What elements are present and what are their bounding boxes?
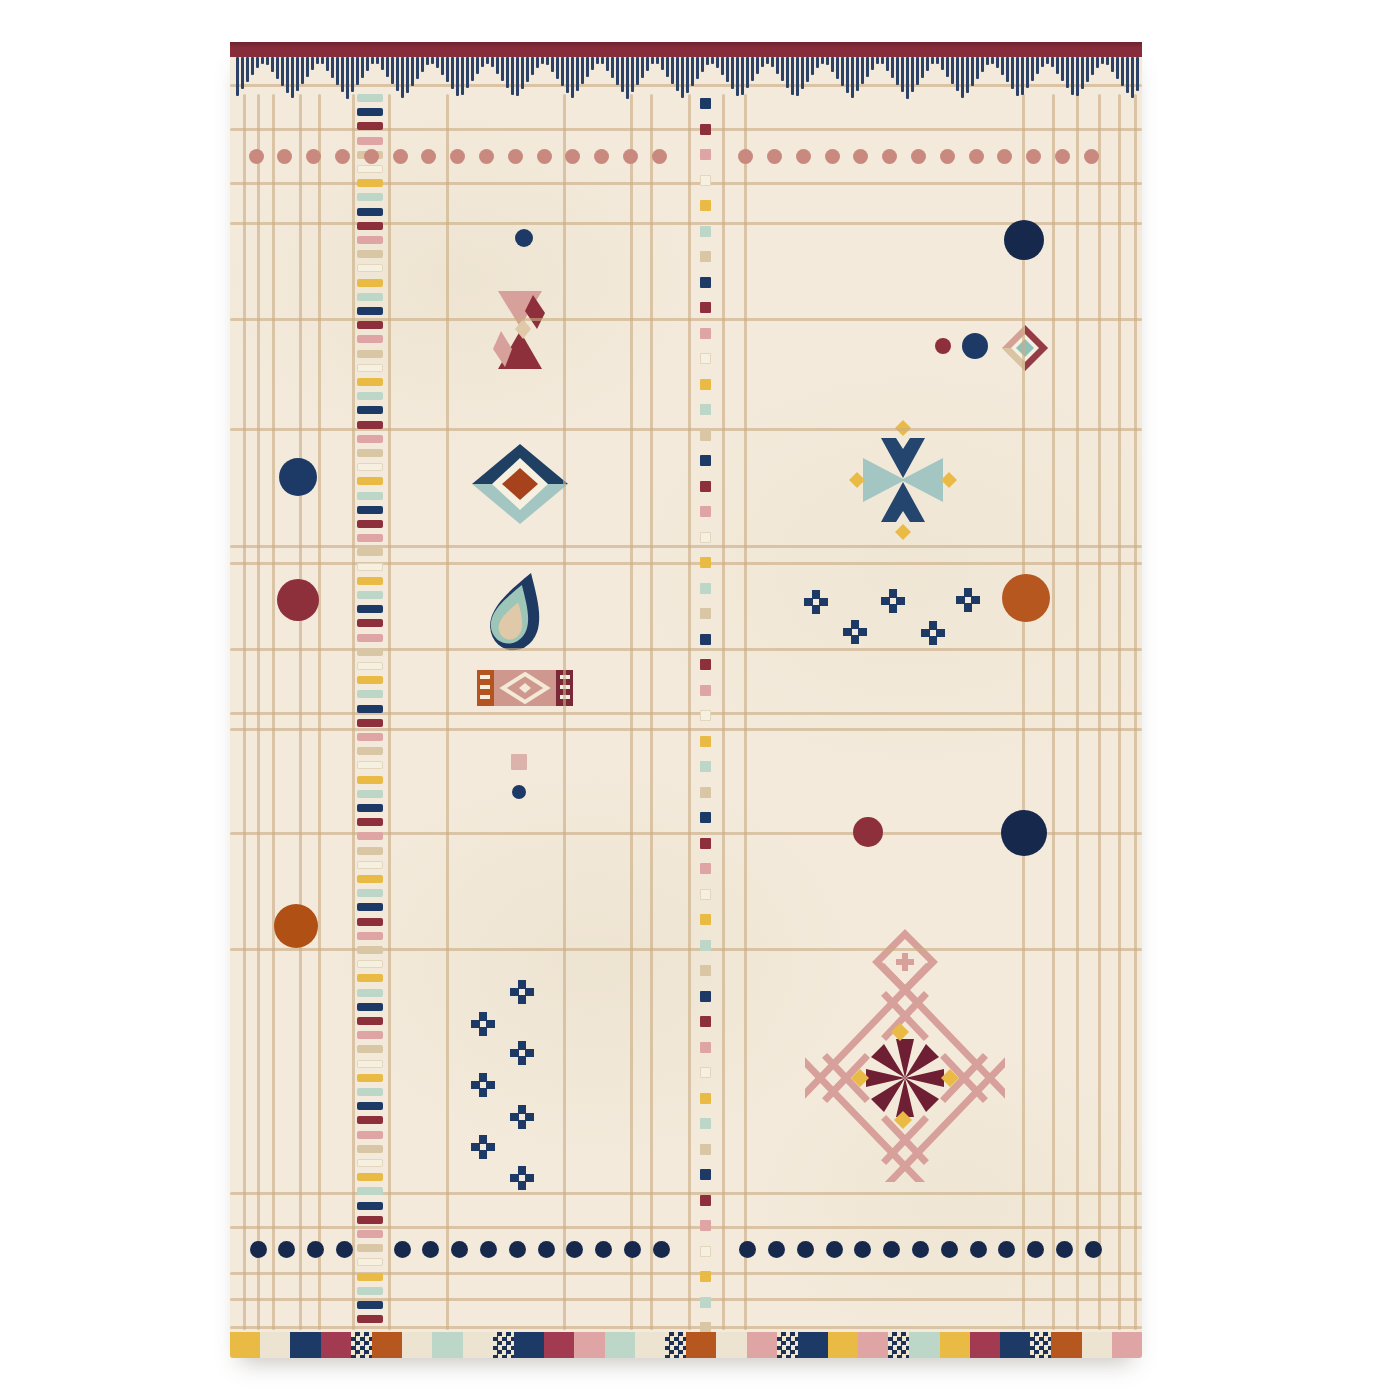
zigzag-tick [986, 57, 989, 65]
row-dot [653, 1241, 670, 1258]
zigzag-tick [716, 57, 719, 68]
row-dot [509, 1241, 526, 1258]
strip-square [700, 481, 711, 492]
plus-motif [804, 590, 828, 614]
strip-dash [357, 705, 383, 713]
zigzag-tick [1096, 57, 1099, 68]
plus-part [480, 1021, 486, 1027]
strip-square [700, 1195, 711, 1206]
strip-square [700, 379, 711, 390]
row-dot [883, 1241, 900, 1258]
strip-square [700, 455, 711, 466]
row-dot [393, 149, 408, 164]
zigzag-tick [466, 57, 469, 88]
zigzag-tick [871, 57, 874, 70]
zigzag-tick [861, 57, 864, 84]
strip-square [700, 1144, 711, 1155]
zigzag-tick [496, 57, 499, 74]
zigzag-tick [501, 57, 504, 81]
row-dot [595, 1241, 612, 1258]
zigzag-tick [651, 57, 654, 64]
zigzag-tick [736, 57, 739, 96]
strip-dash [357, 747, 383, 755]
strip-square [700, 277, 711, 288]
zigzag-tick [476, 57, 479, 74]
zigzag-tick [816, 57, 819, 68]
strip-dash [357, 1159, 383, 1167]
strip-dash [357, 889, 383, 897]
zigzag-tick [446, 57, 449, 82]
zigzag-tick [526, 57, 529, 82]
zigzag-tick [406, 57, 409, 93]
zigzag-tick [766, 57, 769, 64]
zigzag-tick [686, 57, 689, 93]
border-block [290, 1332, 320, 1358]
zigzag-tick [586, 57, 589, 77]
zigzag-tick [1101, 57, 1104, 64]
strip-square [700, 761, 711, 772]
zigzag-tick [966, 57, 969, 93]
grid-line [230, 1226, 1142, 1229]
border-block [798, 1332, 828, 1358]
strip-dash [357, 903, 383, 911]
strip-dash [357, 165, 383, 173]
border-block [321, 1332, 351, 1358]
zigzag-tick [431, 57, 434, 64]
strip-dash [357, 477, 383, 485]
zigzag-tick [841, 57, 844, 86]
strip-square [700, 634, 711, 645]
strip-square [700, 506, 711, 517]
row-dot [767, 149, 782, 164]
zigzag-tick [681, 57, 684, 98]
strip-dash [357, 222, 383, 230]
row-dot [623, 149, 638, 164]
zigzag-tick [1126, 57, 1129, 93]
strip-square [700, 991, 711, 1002]
row-dot [508, 149, 523, 164]
strip-dash [357, 264, 383, 272]
zigzag-tick [541, 57, 544, 64]
strip-dash [357, 1017, 383, 1025]
zigzag-tick [336, 57, 339, 85]
zigzag-tick [301, 57, 304, 84]
zigzag-tick [1071, 57, 1074, 95]
zigzag-tick [246, 57, 249, 82]
zigzag-tick [731, 57, 734, 89]
row-dot [250, 1241, 267, 1258]
zigzag-tick [936, 57, 939, 64]
strip-dash [357, 847, 383, 855]
zigzag-tick [461, 57, 464, 95]
plus-part [965, 597, 971, 603]
zigzag-tick [376, 57, 379, 64]
strip-square [700, 1042, 711, 1053]
plus-motif [921, 621, 945, 645]
zigzag-tick [521, 57, 524, 89]
zigzag-tick [706, 57, 709, 65]
strip-square [700, 787, 711, 798]
zigzag-tick [791, 57, 794, 95]
zigzag-tick [1006, 57, 1009, 82]
zigzag-tick [786, 57, 789, 88]
pattern-dot [277, 579, 319, 621]
zigzag-tick [901, 57, 904, 92]
strip-dash [357, 179, 383, 187]
zigzag-tick [796, 57, 799, 96]
strip-square [700, 149, 711, 160]
zigzag-tick [536, 57, 539, 68]
strip-square [700, 557, 711, 568]
strip-dash [357, 350, 383, 358]
border-checker-block [351, 1332, 372, 1358]
zigzag-tick [1136, 57, 1139, 91]
zigzag-tick [781, 57, 784, 81]
row-dot [826, 1241, 843, 1258]
strip-square [700, 965, 711, 976]
border-block [230, 1332, 260, 1358]
zigzag-tick [746, 57, 749, 88]
zigzag-tick [1011, 57, 1014, 89]
zigzag-tick [946, 57, 949, 77]
row-dot [768, 1241, 785, 1258]
strip-square [700, 532, 711, 543]
zigzag-tick [391, 57, 394, 84]
strip-dash [357, 520, 383, 528]
plus-motif [510, 1166, 534, 1190]
strip-dash [357, 577, 383, 585]
zigzag-tick [261, 57, 264, 64]
zigzag-tick [976, 57, 979, 79]
motif-hourglass [493, 285, 553, 375]
row-dot [738, 149, 753, 164]
strip-square [700, 328, 711, 339]
zigzag-tick [236, 57, 239, 96]
zigzag-tick [481, 57, 484, 67]
strip-square [700, 940, 711, 951]
strip-dash [357, 137, 383, 145]
zigzag-tick [761, 57, 764, 67]
strip-square [700, 838, 711, 849]
strip-dash [357, 648, 383, 656]
strip-dash [357, 619, 383, 627]
zigzag-tick [1056, 57, 1059, 74]
pattern-dot [274, 904, 318, 948]
strip-dash [357, 1116, 383, 1124]
zigzag-tick [711, 57, 714, 64]
product-photo [0, 0, 1390, 1390]
strip-dash [357, 335, 383, 343]
strip-square [700, 736, 711, 747]
strip-dash [357, 1301, 383, 1309]
zigzag-tick [721, 57, 724, 75]
zigzag-tick [666, 57, 669, 77]
plus-motif [471, 1012, 495, 1036]
strip-dash [357, 307, 383, 315]
strip-dash [357, 1074, 383, 1082]
zigzag-tick [866, 57, 869, 77]
border-block [514, 1332, 544, 1358]
row-dot [277, 149, 292, 164]
border-block [1082, 1332, 1112, 1358]
row-dot [364, 149, 379, 164]
zigzag-tick [551, 57, 554, 72]
border-block [1051, 1332, 1081, 1358]
motif-teardrop [483, 567, 553, 657]
strip-square [700, 685, 711, 696]
grid-line [230, 318, 1142, 321]
zigzag-tick [346, 57, 349, 99]
plus-part [480, 1144, 486, 1150]
strip-dash [357, 861, 383, 869]
zigzag-tick [1111, 57, 1114, 72]
row-dot [853, 149, 868, 164]
zigzag-tick [826, 57, 829, 65]
border-checker-block [1030, 1332, 1051, 1358]
row-dot [335, 149, 350, 164]
row-dot [480, 1241, 497, 1258]
strip-dash [357, 1145, 383, 1153]
zigzag-tick [821, 57, 824, 64]
strip-dash [357, 1287, 383, 1295]
border-checker-block [493, 1332, 514, 1358]
strip-dash [357, 250, 383, 258]
pattern-dot [512, 785, 526, 799]
zigzag-tick [256, 57, 259, 68]
strip-dash [357, 193, 383, 201]
zigzag-tick [546, 57, 549, 65]
zigzag-tick [456, 57, 459, 96]
border-block [635, 1332, 665, 1358]
plus-part [890, 598, 896, 604]
zigzag-tick [361, 57, 364, 78]
strip-square [700, 1093, 711, 1104]
strip-dash [357, 492, 383, 500]
zigzag-tick [696, 57, 699, 79]
strip-square [700, 659, 711, 670]
zigzag-tick [996, 57, 999, 68]
strip-dash [357, 932, 383, 940]
zigzag-tick [926, 57, 929, 71]
zigzag-tick [991, 57, 994, 64]
row-dot [537, 149, 552, 164]
row-dot [624, 1241, 641, 1258]
zigzag-tick [921, 57, 924, 78]
zigzag-tick [356, 57, 359, 85]
strip-dash [357, 804, 383, 812]
zigzag-tick [1081, 57, 1084, 89]
strip-dash [357, 1102, 383, 1110]
zigzag-tick [486, 57, 489, 64]
zigzag-tick [801, 57, 804, 89]
zigzag-tick [701, 57, 704, 72]
zigzag-tick [641, 57, 644, 78]
row-dot [450, 149, 465, 164]
strip-dash [357, 506, 383, 514]
plus-motif [881, 589, 905, 613]
zigzag-tick [626, 57, 629, 99]
zigzag-tick [1016, 57, 1019, 96]
plus-part [519, 1175, 525, 1181]
strip-dash [357, 1173, 383, 1181]
strip-dash [357, 463, 383, 471]
row-dot [422, 1241, 439, 1258]
row-dot [912, 1241, 929, 1258]
strip-dash [357, 605, 383, 613]
strip-dash [357, 122, 383, 130]
zigzag-tick [601, 57, 604, 64]
strip-dash [357, 676, 383, 684]
zigzag-tick [411, 57, 414, 86]
zigzag-tick [491, 57, 494, 67]
strip-dash [357, 1045, 383, 1053]
zigzag-tick [1076, 57, 1079, 96]
strip-square [700, 1016, 711, 1027]
border-block [970, 1332, 1000, 1358]
row-dot [1027, 1241, 1044, 1258]
zigzag-tick [416, 57, 419, 79]
strip-square [700, 863, 711, 874]
pattern-dot [853, 817, 883, 847]
zigzag-tick [616, 57, 619, 85]
zigzag-tick [1061, 57, 1064, 81]
row-dot [594, 149, 609, 164]
plus-part [519, 1114, 525, 1120]
zigzag-tick [876, 57, 879, 64]
zigzag-tick [971, 57, 974, 86]
strip-square [700, 175, 711, 186]
zigzag-tick [516, 57, 519, 96]
zigzag-tick [366, 57, 369, 71]
motif-berber-star [805, 922, 1005, 1182]
strip-dash [357, 293, 383, 301]
strip-dash [357, 364, 383, 372]
plus-motif [956, 588, 980, 612]
plus-part [852, 629, 858, 635]
zigzag-tick [471, 57, 474, 81]
zigzag-tick [1131, 57, 1134, 98]
zigzag-tick [811, 57, 814, 75]
strip-dash [357, 435, 383, 443]
strip-dash [357, 875, 383, 883]
row-dot [796, 149, 811, 164]
border-block [432, 1332, 462, 1358]
zigzag-tick [381, 57, 384, 70]
zigzag-tick [351, 57, 354, 92]
row-dot [451, 1241, 468, 1258]
strip-dash [357, 392, 383, 400]
strip-square [700, 889, 711, 900]
zigzag-tick [621, 57, 624, 92]
zigzag-tick [591, 57, 594, 70]
zigzag-tick [1116, 57, 1119, 79]
zigzag-tick [286, 57, 289, 93]
zigzag-tick [276, 57, 279, 79]
motif-diamond-eye [470, 442, 570, 526]
pattern-dot [1001, 810, 1047, 856]
zigzag-tick [676, 57, 679, 91]
zigzag-tick [896, 57, 899, 85]
strip-dash [357, 94, 383, 102]
zigzag-tick [576, 57, 579, 91]
zigzag-tick [281, 57, 284, 86]
row-dot [940, 149, 955, 164]
strip-dash [357, 690, 383, 698]
strip-dash [357, 662, 383, 670]
zigzag-tick [581, 57, 584, 84]
pattern-dot [515, 229, 533, 247]
zigzag-tick [1121, 57, 1124, 86]
strip-square [700, 1220, 711, 1231]
zigzag-tick [1051, 57, 1054, 67]
strip-dash [357, 1230, 383, 1238]
strip-dash [357, 960, 383, 968]
border-block [858, 1332, 888, 1358]
plus-part [480, 1082, 486, 1088]
zigzag-tick [1086, 57, 1089, 82]
plus-part [930, 630, 936, 636]
strip-dash [357, 1216, 383, 1224]
row-dot [306, 149, 321, 164]
row-dot [854, 1241, 871, 1258]
border-block [260, 1332, 290, 1358]
zigzag-tick [1036, 57, 1039, 74]
strip-square [700, 812, 711, 823]
zigzag-tick [806, 57, 809, 82]
border-checker-block [665, 1332, 686, 1358]
pattern-dot [279, 458, 317, 496]
border-block [686, 1332, 716, 1358]
grid-line [230, 545, 1142, 548]
row-dot [479, 149, 494, 164]
plus-motif [510, 980, 534, 1004]
strip-dash [357, 1273, 383, 1281]
row-dot [278, 1241, 295, 1258]
zigzag-tick [311, 57, 314, 70]
zigzag-tick [606, 57, 609, 71]
pattern-dot [1004, 220, 1044, 260]
zigzag-tick [596, 57, 599, 64]
zigzag-tick [656, 57, 659, 64]
strip-dash [357, 208, 383, 216]
strip-dash [357, 1187, 383, 1195]
strip-dash [357, 279, 383, 287]
zigzag-tick [1046, 57, 1049, 64]
motif-star-cross [843, 420, 963, 540]
zigzag-tick [561, 57, 564, 86]
zigzag-tick [961, 57, 964, 98]
border-block [463, 1332, 493, 1358]
strip-dash [357, 733, 383, 741]
strip-dash [357, 790, 383, 798]
row-dot [911, 149, 926, 164]
zigzag-tick [756, 57, 759, 74]
border-block [828, 1332, 858, 1358]
zigzag-tick [331, 57, 334, 78]
plus-motif [471, 1073, 495, 1097]
zigzag-tick [326, 57, 329, 71]
strip-dash [357, 989, 383, 997]
border-block [544, 1332, 574, 1358]
border-block [372, 1332, 402, 1358]
strip-dash [357, 832, 383, 840]
zigzag-tick [511, 57, 514, 95]
strip-dash [357, 818, 383, 826]
strip-dash [357, 974, 383, 982]
strip-dash [357, 1244, 383, 1252]
strip-dash [357, 946, 383, 954]
strip-dash [357, 406, 383, 414]
